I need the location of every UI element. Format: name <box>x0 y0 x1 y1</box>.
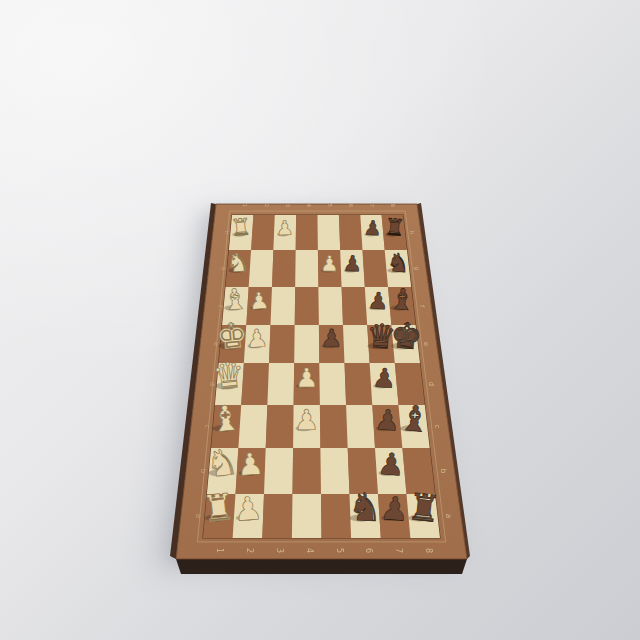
piece-black-bishop-c8[interactable]: ♝ <box>397 396 432 440</box>
square-b5[interactable] <box>320 448 349 494</box>
piece-black-knight-g8[interactable]: ♞ <box>385 247 410 279</box>
coord-top-rank-3: 3 <box>285 204 291 208</box>
coord-right-file-d: d <box>427 382 435 386</box>
piece-glyph-pawn: ♟ <box>320 324 343 353</box>
coord-bottom-rank-3: 3 <box>275 548 284 553</box>
coord-right-file-c: c <box>433 425 442 429</box>
piece-glyph-bishop: ♝ <box>397 396 432 440</box>
coord-top-rank-1: 1 <box>242 204 248 208</box>
piece-glyph-king: ♚ <box>214 314 250 358</box>
piece-black-rook-h8[interactable]: ♜ <box>383 214 405 241</box>
square-a3[interactable] <box>262 494 292 538</box>
piece-white-pawn-a2[interactable]: ♟ <box>232 489 264 529</box>
piece-glyph-pawn: ♟ <box>320 251 340 276</box>
piece-white-king-e1[interactable]: ♚ <box>214 314 250 358</box>
piece-white-bishop-c1[interactable]: ♝ <box>208 396 243 440</box>
coord-right-file-a: a <box>444 514 453 519</box>
coord-bottom-rank-6: 6 <box>364 548 373 553</box>
square-c2[interactable] <box>238 405 267 448</box>
piece-glyph-queen: ♛ <box>365 316 397 357</box>
board-bottom-side-panel <box>176 559 467 574</box>
piece-black-rook-a8[interactable]: ♜ <box>405 485 442 531</box>
square-d6[interactable] <box>345 363 373 405</box>
coord-bottom-rank-4: 4 <box>305 548 314 553</box>
piece-white-pawn-d4[interactable]: ♟ <box>295 362 319 393</box>
piece-glyph-pawn: ♟ <box>376 446 406 483</box>
square-e4[interactable] <box>294 325 319 363</box>
piece-white-rook-h1[interactable]: ♜ <box>230 213 253 241</box>
coord-top-rank-5: 5 <box>327 204 333 208</box>
scene-background: 1234567812345678hhggffeeddccbbaa♜♟♜♟♞♟♞♟… <box>0 0 640 640</box>
square-b3[interactable] <box>264 448 293 494</box>
square-f3[interactable] <box>271 287 296 325</box>
piece-black-pawn-g6[interactable]: ♟ <box>342 251 362 277</box>
piece-white-pawn-f2[interactable]: ♟ <box>248 286 270 314</box>
coord-top-rank-7: 7 <box>369 204 375 208</box>
piece-glyph-knight: ♞ <box>385 247 410 279</box>
square-g4[interactable] <box>295 250 318 287</box>
coord-bottom-rank-1: 1 <box>215 548 224 553</box>
piece-glyph-pawn: ♟ <box>294 404 320 437</box>
piece-white-pawn-b2[interactable]: ♟ <box>236 446 266 483</box>
piece-glyph-pawn: ♟ <box>245 323 269 353</box>
coord-bottom-rank-2: 2 <box>245 548 254 553</box>
piece-glyph-pawn: ♟ <box>295 362 319 393</box>
square-b4[interactable] <box>293 448 322 494</box>
coord-right-file-h: h <box>409 231 415 235</box>
square-e3[interactable] <box>269 325 295 363</box>
square-h5[interactable] <box>318 215 341 250</box>
chessboard-3d-render: 1234567812345678hhggffeeddccbbaa♜♟♜♟♞♟♞♟… <box>0 0 640 640</box>
coord-bottom-rank-5: 5 <box>335 548 344 553</box>
coord-top-rank-6: 6 <box>348 204 354 208</box>
square-g2[interactable] <box>249 250 274 287</box>
piece-white-bishop-f1[interactable]: ♝ <box>221 281 250 317</box>
piece-black-pawn-c7[interactable]: ♟ <box>374 403 402 438</box>
square-c6[interactable] <box>346 405 375 448</box>
piece-glyph-pawn: ♟ <box>379 489 411 529</box>
piece-glyph-pawn: ♟ <box>232 489 264 529</box>
piece-glyph-rook: ♜ <box>230 213 253 241</box>
square-c3[interactable] <box>266 405 294 448</box>
piece-glyph-pawn: ♟ <box>363 215 382 240</box>
piece-black-bishop-f8[interactable]: ♝ <box>388 281 417 317</box>
piece-black-pawn-a7[interactable]: ♟ <box>379 489 411 529</box>
coord-top-rank-4: 4 <box>306 204 312 208</box>
square-h2[interactable] <box>251 215 275 250</box>
piece-glyph-pawn: ♟ <box>371 361 397 394</box>
piece-white-pawn-h3[interactable]: ♟ <box>275 216 294 241</box>
square-d5[interactable] <box>319 363 346 405</box>
square-h6[interactable] <box>339 215 363 250</box>
piece-black-pawn-d7[interactable]: ♟ <box>371 361 397 394</box>
square-d3[interactable] <box>267 363 294 405</box>
square-f4[interactable] <box>295 287 319 325</box>
piece-glyph-knight: ♞ <box>225 247 251 279</box>
square-f6[interactable] <box>342 287 368 325</box>
piece-glyph-pawn: ♟ <box>367 286 389 314</box>
coord-right-file-g: g <box>413 267 421 271</box>
piece-glyph-bishop: ♝ <box>388 281 417 317</box>
coord-left-file-h: h <box>224 231 230 235</box>
coord-right-file-e: e <box>422 342 430 346</box>
piece-white-knight-g1[interactable]: ♞ <box>225 247 251 279</box>
piece-white-pawn-g5[interactable]: ♟ <box>320 251 340 276</box>
piece-white-pawn-c4[interactable]: ♟ <box>294 404 320 437</box>
piece-glyph-pawn: ♟ <box>236 446 266 483</box>
coord-top-rank-2: 2 <box>264 204 270 208</box>
piece-black-pawn-f7[interactable]: ♟ <box>367 286 389 314</box>
piece-glyph-pawn: ♟ <box>275 216 294 241</box>
square-h4[interactable] <box>296 215 318 250</box>
piece-black-queen-e7[interactable]: ♛ <box>365 316 397 357</box>
piece-glyph-pawn: ♟ <box>248 286 270 314</box>
square-c5[interactable] <box>320 405 348 448</box>
piece-glyph-pawn: ♟ <box>342 251 362 277</box>
coord-bottom-rank-7: 7 <box>394 548 403 553</box>
square-g3[interactable] <box>272 250 296 287</box>
piece-glyph-rook: ♜ <box>405 485 442 531</box>
piece-white-pawn-e2[interactable]: ♟ <box>245 323 269 353</box>
square-f5[interactable] <box>318 287 343 325</box>
piece-black-pawn-b7[interactable]: ♟ <box>376 446 406 483</box>
coord-top-rank-8: 8 <box>390 204 396 208</box>
piece-black-pawn-h7[interactable]: ♟ <box>363 215 382 240</box>
piece-glyph-queen: ♛ <box>211 354 247 398</box>
piece-glyph-pawn: ♟ <box>374 403 402 438</box>
coord-right-file-b: b <box>438 469 447 474</box>
coord-bottom-rank-8: 8 <box>424 548 433 553</box>
piece-glyph-bishop: ♝ <box>221 281 250 317</box>
piece-black-pawn-e5[interactable]: ♟ <box>320 324 343 353</box>
piece-white-queen-d1[interactable]: ♛ <box>211 354 247 398</box>
square-g7[interactable] <box>363 250 389 287</box>
piece-glyph-rook: ♜ <box>383 214 405 241</box>
square-a4[interactable] <box>292 494 322 538</box>
piece-glyph-bishop: ♝ <box>208 396 243 440</box>
